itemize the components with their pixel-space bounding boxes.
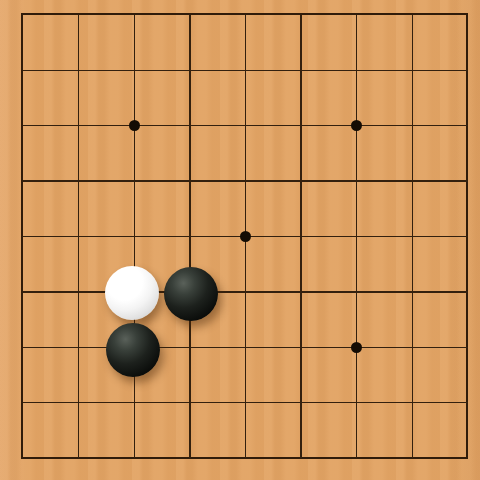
intersection[interactable] — [273, 430, 329, 480]
go-board-screenshot — [0, 0, 480, 480]
intersection[interactable] — [329, 375, 385, 430]
intersection[interactable] — [273, 264, 329, 319]
intersection[interactable] — [51, 320, 107, 375]
intersection[interactable] — [440, 43, 480, 98]
intersection[interactable] — [106, 375, 162, 430]
intersection[interactable] — [106, 43, 162, 98]
intersection[interactable] — [162, 209, 218, 264]
intersection[interactable] — [329, 98, 385, 153]
intersection[interactable] — [329, 430, 385, 480]
intersection[interactable] — [51, 209, 107, 264]
intersection[interactable] — [218, 98, 274, 153]
intersection[interactable] — [329, 209, 385, 264]
intersection[interactable] — [329, 43, 385, 98]
intersection[interactable] — [329, 0, 385, 43]
intersection[interactable] — [0, 209, 51, 264]
intersection[interactable] — [273, 43, 329, 98]
intersection[interactable] — [218, 0, 274, 43]
intersection[interactable] — [385, 209, 441, 264]
intersection[interactable] — [0, 153, 51, 208]
intersection[interactable] — [0, 375, 51, 430]
intersection[interactable] — [218, 43, 274, 98]
intersection[interactable] — [0, 320, 51, 375]
intersection[interactable] — [218, 153, 274, 208]
intersection[interactable] — [385, 0, 441, 43]
intersection[interactable] — [385, 264, 441, 319]
intersection[interactable] — [162, 98, 218, 153]
intersection[interactable] — [218, 320, 274, 375]
intersection[interactable] — [106, 320, 162, 375]
intersection[interactable] — [440, 98, 480, 153]
intersection[interactable] — [51, 430, 107, 480]
intersection[interactable] — [385, 153, 441, 208]
intersection[interactable] — [385, 430, 441, 480]
intersection[interactable] — [0, 264, 51, 319]
intersection[interactable] — [162, 430, 218, 480]
star-point — [240, 231, 251, 242]
intersection[interactable] — [0, 98, 51, 153]
star-point — [129, 120, 140, 131]
intersection[interactable] — [162, 43, 218, 98]
intersection[interactable] — [0, 430, 51, 480]
intersection[interactable] — [162, 264, 218, 319]
intersection[interactable] — [162, 375, 218, 430]
intersection[interactable] — [273, 153, 329, 208]
intersection[interactable] — [106, 264, 162, 319]
intersection[interactable] — [218, 264, 274, 319]
intersection[interactable] — [162, 320, 218, 375]
intersection[interactable] — [440, 153, 480, 208]
white-stone — [105, 266, 159, 320]
intersection[interactable] — [218, 430, 274, 480]
intersection[interactable] — [106, 98, 162, 153]
intersection[interactable] — [273, 0, 329, 43]
intersection[interactable] — [385, 98, 441, 153]
intersection[interactable] — [51, 43, 107, 98]
intersection[interactable] — [329, 153, 385, 208]
intersection[interactable] — [0, 0, 51, 43]
intersection[interactable] — [51, 264, 107, 319]
intersection[interactable] — [162, 153, 218, 208]
star-point — [351, 342, 362, 353]
intersection[interactable] — [273, 98, 329, 153]
go-board[interactable] — [0, 0, 480, 480]
intersection[interactable] — [273, 375, 329, 430]
intersection[interactable] — [385, 375, 441, 430]
intersection[interactable] — [106, 0, 162, 43]
intersection[interactable] — [162, 0, 218, 43]
intersection[interactable] — [440, 209, 480, 264]
intersection[interactable] — [440, 430, 480, 480]
intersection[interactable] — [440, 0, 480, 43]
intersection[interactable] — [385, 43, 441, 98]
intersection[interactable] — [385, 320, 441, 375]
intersection[interactable] — [51, 0, 107, 43]
intersection[interactable] — [0, 43, 51, 98]
intersection[interactable] — [329, 264, 385, 319]
star-point — [351, 120, 362, 131]
intersection[interactable] — [106, 430, 162, 480]
intersection[interactable] — [440, 264, 480, 319]
intersection[interactable] — [51, 98, 107, 153]
intersection[interactable] — [273, 320, 329, 375]
intersection[interactable] — [51, 375, 107, 430]
intersection[interactable] — [440, 375, 480, 430]
intersection[interactable] — [218, 209, 274, 264]
intersection[interactable] — [273, 209, 329, 264]
intersection[interactable] — [106, 153, 162, 208]
black-stone — [164, 267, 218, 321]
intersection[interactable] — [218, 375, 274, 430]
black-stone — [106, 323, 160, 377]
intersection[interactable] — [329, 320, 385, 375]
intersection[interactable] — [51, 153, 107, 208]
intersection[interactable] — [440, 320, 480, 375]
intersection[interactable] — [106, 209, 162, 264]
